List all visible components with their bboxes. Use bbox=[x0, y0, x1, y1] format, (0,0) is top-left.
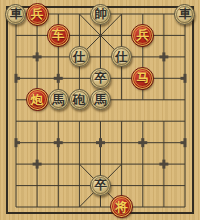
piece-red-cannon[interactable]: 炮 bbox=[27, 89, 48, 110]
xiangqi-board: 車兵帥車车兵仕仕卒马炮馬砲馬卒将 bbox=[0, 0, 200, 220]
piece-red-soldier[interactable]: 兵 bbox=[27, 4, 48, 25]
piece-wood-general[interactable]: 帥 bbox=[90, 4, 111, 25]
piece-wood-chariot[interactable]: 車 bbox=[5, 4, 26, 25]
piece-red-soldier[interactable]: 兵 bbox=[132, 25, 153, 46]
piece-red-horse[interactable]: 马 bbox=[132, 68, 153, 89]
piece-wood-cannon[interactable]: 砲 bbox=[69, 89, 90, 110]
piece-wood-soldier[interactable]: 卒 bbox=[90, 175, 111, 196]
piece-wood-horse[interactable]: 馬 bbox=[48, 89, 69, 110]
piece-red-general[interactable]: 将 bbox=[111, 196, 132, 217]
piece-red-chariot[interactable]: 车 bbox=[48, 25, 69, 46]
piece-layer: 車兵帥車车兵仕仕卒马炮馬砲馬卒将 bbox=[5, 3, 195, 218]
piece-wood-advisor[interactable]: 仕 bbox=[111, 46, 132, 67]
piece-wood-chariot[interactable]: 車 bbox=[174, 4, 195, 25]
piece-wood-advisor[interactable]: 仕 bbox=[69, 46, 90, 67]
piece-wood-horse[interactable]: 馬 bbox=[90, 89, 111, 110]
piece-wood-soldier[interactable]: 卒 bbox=[90, 68, 111, 89]
